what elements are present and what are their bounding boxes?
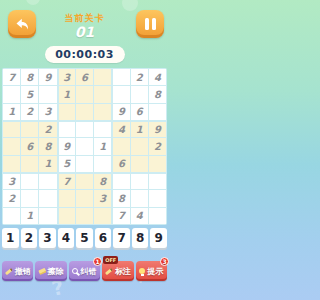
cell-r2c8[interactable] — [131, 86, 148, 102]
cell-r7c1[interactable]: 3 — [3, 173, 20, 189]
cell-r2c6[interactable] — [94, 86, 111, 102]
cell-r2c3[interactable] — [39, 86, 56, 102]
cell-r5c4[interactable]: 9 — [58, 138, 75, 154]
tool-label: 纠错 — [80, 266, 96, 277]
cell-r3c7[interactable]: 9 — [112, 104, 129, 120]
cell-r6c2[interactable] — [21, 156, 38, 172]
tool-button-5[interactable]: 提示3 — [136, 261, 167, 281]
cell-r4c5[interactable] — [76, 121, 93, 137]
pause-bars-icon — [145, 18, 156, 30]
cell-r7c4[interactable]: 7 — [58, 173, 75, 189]
count-badge: 1 — [93, 257, 102, 266]
cell-r1c8[interactable]: 2 — [131, 69, 148, 85]
cell-r7c6[interactable]: 8 — [94, 173, 111, 189]
timer: 00:00:03 — [45, 46, 125, 63]
cell-r3c5[interactable] — [76, 104, 93, 120]
tool-label: 标注 — [115, 266, 131, 277]
numpad-key-2[interactable]: 2 — [21, 228, 38, 248]
tool-button-3[interactable]: 纠错1 — [69, 261, 100, 281]
tool-button-4[interactable]: 标注OFF — [102, 261, 133, 281]
cell-r5c5[interactable] — [76, 138, 93, 154]
cell-r5c1[interactable] — [3, 138, 20, 154]
cell-r3c1[interactable]: 1 — [3, 104, 20, 120]
cell-r5c6[interactable]: 1 — [94, 138, 111, 154]
cell-r4c2[interactable] — [21, 121, 38, 137]
cell-r6c1[interactable] — [3, 156, 20, 172]
cell-r3c3[interactable]: 3 — [39, 104, 56, 120]
cell-r4c7[interactable]: 4 — [112, 121, 129, 137]
cell-r5c3[interactable]: 8 — [39, 138, 56, 154]
numpad-key-9[interactable]: 9 — [150, 228, 167, 248]
deco-circle — [122, 0, 138, 11]
cell-r2c1[interactable] — [3, 86, 20, 102]
cell-r5c2[interactable]: 6 — [21, 138, 38, 154]
numpad-key-4[interactable]: 4 — [58, 228, 75, 248]
numpad-key-5[interactable]: 5 — [76, 228, 93, 248]
cell-r8c6[interactable]: 3 — [94, 190, 111, 206]
cell-r5c8[interactable] — [131, 138, 148, 154]
tool-button-1[interactable]: 撤销 — [2, 261, 33, 281]
toolbar: 撤销擦除纠错1标注OFF提示3 — [2, 261, 167, 281]
deco-circle — [26, 0, 40, 5]
off-tag: OFF — [103, 256, 118, 264]
cell-r7c9[interactable] — [149, 173, 166, 189]
cell-r1c4[interactable]: 3 — [58, 69, 75, 85]
cell-r5c9[interactable]: 2 — [149, 138, 166, 154]
magnifier-icon — [72, 268, 78, 274]
cell-r8c2[interactable] — [21, 190, 38, 206]
cell-r6c8[interactable] — [131, 156, 148, 172]
tool-button-2[interactable]: 擦除 — [35, 261, 66, 281]
cell-r7c3[interactable] — [39, 173, 56, 189]
cell-r9c1[interactable] — [3, 208, 20, 224]
numpad-key-1[interactable]: 1 — [2, 228, 19, 248]
cell-r7c7[interactable] — [112, 173, 129, 189]
cell-r7c8[interactable] — [131, 173, 148, 189]
cell-r8c5[interactable] — [76, 190, 93, 206]
cell-r9c9[interactable] — [149, 208, 166, 224]
cell-r6c4[interactable]: 5 — [58, 156, 75, 172]
pause-button[interactable] — [136, 10, 164, 38]
cell-r9c7[interactable]: 7 — [112, 208, 129, 224]
cell-r8c8[interactable] — [131, 190, 148, 206]
pencil-icon — [105, 267, 113, 274]
numpad-key-8[interactable]: 8 — [132, 228, 149, 248]
cell-r8c3[interactable] — [39, 190, 56, 206]
cell-r8c7[interactable]: 8 — [112, 190, 129, 206]
eraser-icon — [38, 267, 46, 274]
pencil-icon — [5, 267, 13, 274]
cell-r6c6[interactable] — [94, 156, 111, 172]
cell-r3c6[interactable] — [94, 104, 111, 120]
tool-label: 擦除 — [48, 266, 64, 277]
cell-r9c5[interactable] — [76, 208, 93, 224]
cell-r4c1[interactable] — [3, 121, 20, 137]
cell-r6c5[interactable] — [76, 156, 93, 172]
cell-r4c9[interactable]: 9 — [149, 121, 166, 137]
tool-label: 撤销 — [15, 266, 31, 277]
cell-r8c9[interactable] — [149, 190, 166, 206]
cell-r5c7[interactable] — [112, 138, 129, 154]
bulb-icon — [139, 268, 145, 274]
sudoku-board: 789362451812396241968912156378238174 — [2, 68, 167, 225]
numpad-key-6[interactable]: 6 — [95, 228, 112, 248]
cell-r4c6[interactable] — [94, 121, 111, 137]
cell-r6c9[interactable] — [149, 156, 166, 172]
cell-r9c2[interactable]: 1 — [21, 208, 38, 224]
cell-r2c5[interactable] — [76, 86, 93, 102]
cell-r1c9[interactable]: 4 — [149, 69, 166, 85]
numpad-key-7[interactable]: 7 — [113, 228, 130, 248]
cell-r1c3[interactable]: 9 — [39, 69, 56, 85]
cell-r4c3[interactable]: 2 — [39, 121, 56, 137]
cell-r9c8[interactable]: 4 — [131, 208, 148, 224]
cell-r2c4[interactable]: 1 — [58, 86, 75, 102]
cell-r3c9[interactable] — [149, 104, 166, 120]
cell-r6c7[interactable]: 6 — [112, 156, 129, 172]
cell-r3c4[interactable] — [58, 104, 75, 120]
cell-r4c8[interactable]: 1 — [131, 121, 148, 137]
cell-r1c1[interactable]: 7 — [3, 69, 20, 85]
number-pad: 123456789 — [2, 228, 167, 248]
cell-r1c7[interactable] — [112, 69, 129, 85]
cell-r8c1[interactable]: 2 — [3, 190, 20, 206]
cell-r7c2[interactable] — [21, 173, 38, 189]
cell-r1c2[interactable]: 8 — [21, 69, 38, 85]
cell-r9c3[interactable] — [39, 208, 56, 224]
cell-r8c4[interactable] — [58, 190, 75, 206]
cell-r2c9[interactable]: 8 — [149, 86, 166, 102]
cell-r9c4[interactable] — [58, 208, 75, 224]
cell-r3c2[interactable]: 2 — [21, 104, 38, 120]
cell-r2c7[interactable] — [112, 86, 129, 102]
count-badge: 3 — [160, 257, 169, 266]
tool-label: 提示 — [147, 266, 163, 277]
cell-r1c5[interactable]: 6 — [76, 69, 93, 85]
cell-r6c3[interactable]: 1 — [39, 156, 56, 172]
cell-r7c5[interactable] — [76, 173, 93, 189]
cell-r1c6[interactable] — [94, 69, 111, 85]
numpad-key-3[interactable]: 3 — [39, 228, 56, 248]
cell-r4c4[interactable] — [58, 121, 75, 137]
cell-r3c8[interactable]: 6 — [131, 104, 148, 120]
cell-r9c6[interactable] — [94, 208, 111, 224]
cell-r2c2[interactable]: 5 — [21, 86, 38, 102]
